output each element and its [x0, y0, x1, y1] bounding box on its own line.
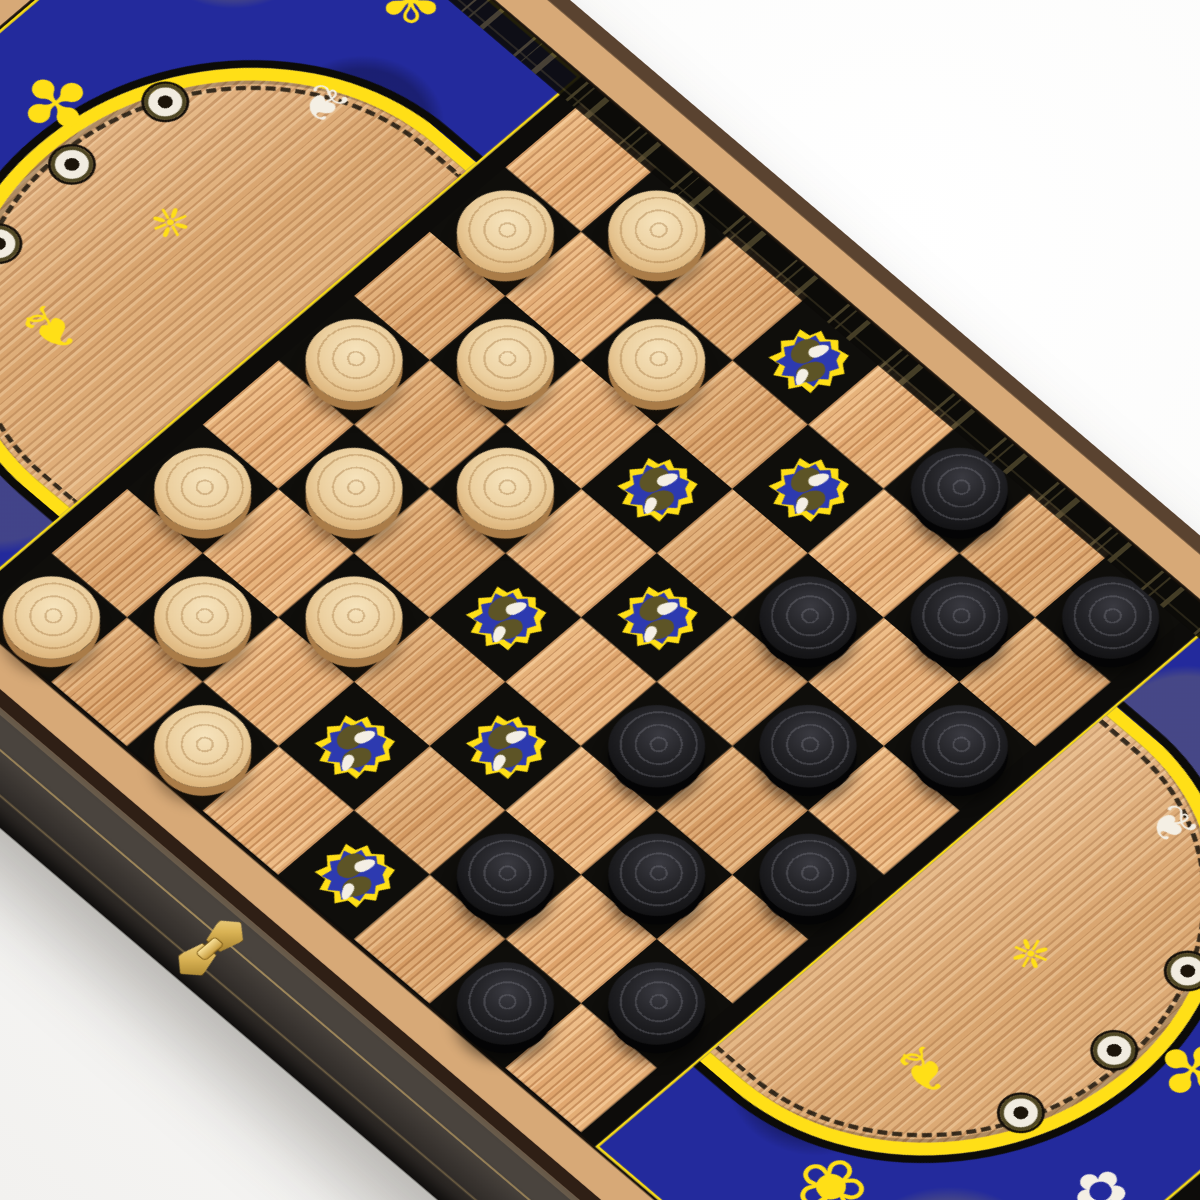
wooden-trim-frame: ❧✾❀❦✤❈✿❧✾❀❦✤ — [0, 0, 1200, 1200]
game-box: ❧✾❀❦✤❈✿❧✾❀❦✤ — [0, 0, 1200, 1200]
arabesque-flourish-icon: ✾ — [362, 0, 457, 39]
printed-playing-surface: ❧✾❀❦✤❈✿❧✾❀❦✤ — [0, 0, 1200, 1200]
box-lid: ❧✾❀❦✤❈✿❧✾❀❦✤ — [0, 0, 1200, 1200]
product-photo-scene: ❧✾❀❦✤❈✿❧✾❀❦✤ — [0, 0, 1200, 1200]
arabesque-flourish-icon: ❀ — [105, 0, 179, 4]
arabesque-flourish-icon: ✿ — [1061, 1156, 1140, 1200]
